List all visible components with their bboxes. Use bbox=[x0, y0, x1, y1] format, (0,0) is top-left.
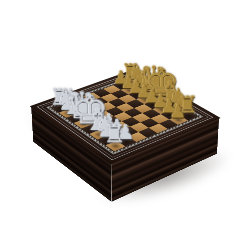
square-h1: ♜ bbox=[106, 141, 126, 151]
chess-set-photo: ♜♞♝♛♚♝♞♜♟♟♟♟♟♟♟♟♟♟♟♟♟♟♟♟♜♞♝♛♚♝♞♜ bbox=[0, 0, 240, 240]
white-rook: ♜ bbox=[95, 122, 134, 147]
square-h7: ♟ bbox=[169, 115, 188, 124]
black-pawn: ♟ bbox=[159, 101, 196, 120]
walnut-chess-box: ♜♞♝♛♚♝♞♜♟♟♟♟♟♟♟♟♟♟♟♟♟♟♟♟♜♞♝♛♚♝♞♜ bbox=[31, 70, 219, 164]
